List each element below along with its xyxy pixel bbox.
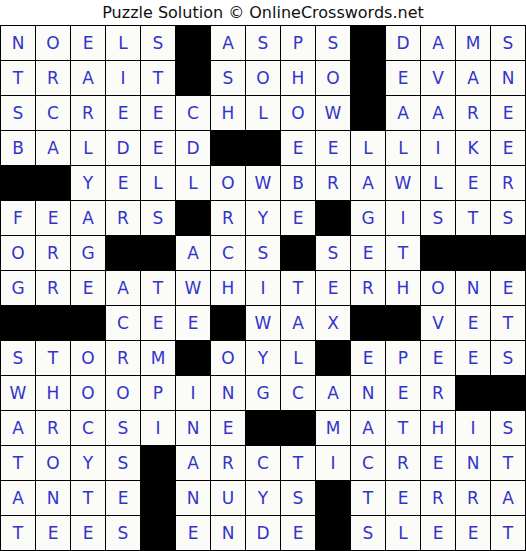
letter-cell-r7c6: A [176, 236, 210, 270]
block-cell-r10c6 [176, 341, 210, 375]
letter-cell-r13c14: N [456, 446, 490, 480]
letter-cell-r4c15: E [491, 131, 525, 165]
letter-cell-r6c1: F [1, 201, 35, 235]
letter-cell-r2c7: S [211, 61, 245, 95]
letter-cell-r8c14: N [456, 271, 490, 305]
block-cell-r3c11 [351, 96, 385, 130]
letter-cell-r10c4: R [106, 341, 140, 375]
letter-cell-r13c1: T [1, 446, 35, 480]
letter-cell-r6c14: T [456, 201, 490, 235]
letter-cell-r1c12: D [386, 26, 420, 60]
letter-cell-r2c5: T [141, 61, 175, 95]
letter-cell-r14c7: U [211, 481, 245, 515]
letter-cell-r6c13: S [421, 201, 455, 235]
block-cell-r1c11 [351, 26, 385, 60]
block-cell-r6c6 [176, 201, 210, 235]
letter-cell-r12c1: A [1, 411, 35, 445]
letter-cell-r7c3: G [71, 236, 105, 270]
letter-cell-r1c1: N [1, 26, 35, 60]
letter-cell-r1c10: S [316, 26, 350, 60]
letter-cell-r3c12: A [386, 96, 420, 130]
letter-cell-r13c2: O [36, 446, 70, 480]
letter-cell-r10c12: P [386, 341, 420, 375]
block-cell-r1c6 [176, 26, 210, 60]
letter-cell-r8c5: T [141, 271, 175, 305]
letter-cell-r15c2: E [36, 516, 70, 550]
letter-cell-r15c9: E [281, 516, 315, 550]
letter-cell-r1c5: S [141, 26, 175, 60]
letter-cell-r14c13: R [421, 481, 455, 515]
letter-cell-r13c12: R [386, 446, 420, 480]
letter-cell-r5c9: B [281, 166, 315, 200]
block-cell-r9c7 [211, 306, 245, 340]
letter-cell-r3c4: E [106, 96, 140, 130]
block-cell-r15c5 [141, 516, 175, 550]
letter-cell-r4c9: E [281, 131, 315, 165]
letter-cell-r8c1: G [1, 271, 35, 305]
letter-cell-r12c7: E [211, 411, 245, 445]
block-cell-r7c5 [141, 236, 175, 270]
block-cell-r7c13 [421, 236, 455, 270]
letter-cell-r1c8: S [246, 26, 280, 60]
letter-cell-r4c4: D [106, 131, 140, 165]
letter-cell-r9c4: C [106, 306, 140, 340]
letter-cell-r2c1: T [1, 61, 35, 95]
letter-cell-r9c9: A [281, 306, 315, 340]
letter-cell-r4c3: L [71, 131, 105, 165]
letter-cell-r6c9: E [281, 201, 315, 235]
letter-cell-r3c9: O [281, 96, 315, 130]
letter-cell-r6c4: R [106, 201, 140, 235]
letter-cell-r8c15: E [491, 271, 525, 305]
letter-cell-r6c12: I [386, 201, 420, 235]
letter-cell-r12c2: R [36, 411, 70, 445]
letter-cell-r6c5: S [141, 201, 175, 235]
letter-cell-r6c8: Y [246, 201, 280, 235]
letter-cell-r8c8: I [246, 271, 280, 305]
block-cell-r14c10 [316, 481, 350, 515]
letter-cell-r1c3: E [71, 26, 105, 60]
block-cell-r11c14 [456, 376, 490, 410]
letter-cell-r14c3: T [71, 481, 105, 515]
letter-cell-r11c1: W [1, 376, 35, 410]
letter-cell-r4c13: I [421, 131, 455, 165]
letter-cell-r1c7: A [211, 26, 245, 60]
letter-cell-r6c7: R [211, 201, 245, 235]
block-cell-r11c15 [491, 376, 525, 410]
letter-cell-r11c9: C [281, 376, 315, 410]
letter-cell-r10c11: E [351, 341, 385, 375]
letter-cell-r12c11: A [351, 411, 385, 445]
letter-cell-r12c6: N [176, 411, 210, 445]
letter-cell-r11c13: R [421, 376, 455, 410]
letter-cell-r8c13: O [421, 271, 455, 305]
letter-cell-r14c8: Y [246, 481, 280, 515]
letter-cell-r8c6: W [176, 271, 210, 305]
block-cell-r2c6 [176, 61, 210, 95]
letter-cell-r7c8: S [246, 236, 280, 270]
letter-cell-r2c15: N [491, 61, 525, 95]
crossword-solution-grid: NOELSASPSDAMSTRAITSOHOEVANSCREECHLOWAARE… [0, 25, 526, 551]
letter-cell-r10c14: E [456, 341, 490, 375]
letter-cell-r3c6: C [176, 96, 210, 130]
letter-cell-r12c5: I [141, 411, 175, 445]
letter-cell-r13c11: C [351, 446, 385, 480]
letter-cell-r9c14: E [456, 306, 490, 340]
letter-cell-r2c9: H [281, 61, 315, 95]
letter-cell-r5c14: E [456, 166, 490, 200]
block-cell-r9c3 [71, 306, 105, 340]
letter-cell-r11c4: O [106, 376, 140, 410]
letter-cell-r9c13: V [421, 306, 455, 340]
letter-cell-r14c6: N [176, 481, 210, 515]
letter-cell-r12c13: H [421, 411, 455, 445]
letter-cell-r5c15: R [491, 166, 525, 200]
letter-cell-r13c7: R [211, 446, 245, 480]
letter-cell-r7c2: R [36, 236, 70, 270]
letter-cell-r2c10: O [316, 61, 350, 95]
letter-cell-r11c12: E [386, 376, 420, 410]
letter-cell-r6c15: S [491, 201, 525, 235]
letter-cell-r1c13: A [421, 26, 455, 60]
letter-cell-r11c5: P [141, 376, 175, 410]
block-cell-r9c2 [36, 306, 70, 340]
letter-cell-r3c13: A [421, 96, 455, 130]
letter-cell-r14c15: A [491, 481, 525, 515]
letter-cell-r8c12: H [386, 271, 420, 305]
letter-cell-r14c11: T [351, 481, 385, 515]
block-cell-r2c11 [351, 61, 385, 95]
letter-cell-r1c15: S [491, 26, 525, 60]
letter-cell-r12c12: T [386, 411, 420, 445]
letter-cell-r13c8: C [246, 446, 280, 480]
letter-cell-r5c6: L [176, 166, 210, 200]
letter-cell-r6c2: E [36, 201, 70, 235]
block-cell-r9c11 [351, 306, 385, 340]
letter-cell-r8c4: A [106, 271, 140, 305]
letter-cell-r8c2: R [36, 271, 70, 305]
letter-cell-r10c5: M [141, 341, 175, 375]
letter-cell-r15c8: D [246, 516, 280, 550]
letter-cell-r2c4: I [106, 61, 140, 95]
letter-cell-r6c11: G [351, 201, 385, 235]
letter-cell-r4c10: E [316, 131, 350, 165]
letter-cell-r2c14: A [456, 61, 490, 95]
block-cell-r5c2 [36, 166, 70, 200]
letter-cell-r5c4: E [106, 166, 140, 200]
letter-cell-r3c7: H [211, 96, 245, 130]
letter-cell-r3c2: C [36, 96, 70, 130]
letter-cell-r15c14: E [456, 516, 490, 550]
letter-cell-r2c2: R [36, 61, 70, 95]
letter-cell-r7c11: E [351, 236, 385, 270]
letter-cell-r5c5: L [141, 166, 175, 200]
letter-cell-r13c6: A [176, 446, 210, 480]
letter-cell-r14c1: A [1, 481, 35, 515]
block-cell-r9c12 [386, 306, 420, 340]
letter-cell-r7c12: T [386, 236, 420, 270]
letter-cell-r13c10: I [316, 446, 350, 480]
letter-cell-r8c9: T [281, 271, 315, 305]
letter-cell-r1c9: P [281, 26, 315, 60]
letter-cell-r12c14: I [456, 411, 490, 445]
letter-cell-r15c3: E [71, 516, 105, 550]
letter-cell-r15c4: S [106, 516, 140, 550]
letter-cell-r4c14: K [456, 131, 490, 165]
letter-cell-r10c7: O [211, 341, 245, 375]
letter-cell-r11c11: N [351, 376, 385, 410]
letter-cell-r5c10: R [316, 166, 350, 200]
letter-cell-r15c13: E [421, 516, 455, 550]
letter-cell-r4c2: A [36, 131, 70, 165]
letter-cell-r5c11: A [351, 166, 385, 200]
letter-cell-r10c3: O [71, 341, 105, 375]
letter-cell-r15c11: S [351, 516, 385, 550]
letter-cell-r3c3: R [71, 96, 105, 130]
letter-cell-r12c15: S [491, 411, 525, 445]
block-cell-r15c10 [316, 516, 350, 550]
letter-cell-r13c13: E [421, 446, 455, 480]
letter-cell-r11c2: H [36, 376, 70, 410]
letter-cell-r8c11: R [351, 271, 385, 305]
letter-cell-r5c3: Y [71, 166, 105, 200]
letter-cell-r11c8: G [246, 376, 280, 410]
page-title: Puzzle Solution © OnlineCrosswords.net [0, 0, 526, 25]
letter-cell-r15c7: N [211, 516, 245, 550]
block-cell-r12c9 [281, 411, 315, 445]
letter-cell-r14c14: R [456, 481, 490, 515]
letter-cell-r13c15: T [491, 446, 525, 480]
letter-cell-r3c8: L [246, 96, 280, 130]
letter-cell-r15c6: E [176, 516, 210, 550]
letter-cell-r3c10: W [316, 96, 350, 130]
letter-cell-r13c4: S [106, 446, 140, 480]
letter-cell-r5c8: W [246, 166, 280, 200]
letter-cell-r2c12: E [386, 61, 420, 95]
letter-cell-r15c12: L [386, 516, 420, 550]
block-cell-r10c10 [316, 341, 350, 375]
letter-cell-r4c1: B [1, 131, 35, 165]
letter-cell-r11c6: I [176, 376, 210, 410]
letter-cell-r10c13: E [421, 341, 455, 375]
letter-cell-r11c3: O [71, 376, 105, 410]
letter-cell-r14c4: E [106, 481, 140, 515]
letter-cell-r3c14: R [456, 96, 490, 130]
letter-cell-r5c12: W [386, 166, 420, 200]
letter-cell-r9c6: E [176, 306, 210, 340]
letter-cell-r9c15: T [491, 306, 525, 340]
letter-cell-r4c12: L [386, 131, 420, 165]
letter-cell-r11c10: A [316, 376, 350, 410]
letter-cell-r5c7: O [211, 166, 245, 200]
letter-cell-r3c1: S [1, 96, 35, 130]
letter-cell-r2c13: V [421, 61, 455, 95]
block-cell-r7c4 [106, 236, 140, 270]
letter-cell-r10c8: Y [246, 341, 280, 375]
letter-cell-r7c7: C [211, 236, 245, 270]
letter-cell-r13c3: Y [71, 446, 105, 480]
block-cell-r7c14 [456, 236, 490, 270]
letter-cell-r15c15: T [491, 516, 525, 550]
letter-cell-r14c9: S [281, 481, 315, 515]
letter-cell-r1c2: O [36, 26, 70, 60]
letter-cell-r12c10: M [316, 411, 350, 445]
block-cell-r4c7 [211, 131, 245, 165]
block-cell-r5c1 [1, 166, 35, 200]
letter-cell-r8c7: H [211, 271, 245, 305]
letter-cell-r4c6: D [176, 131, 210, 165]
letter-cell-r3c5: E [141, 96, 175, 130]
letter-cell-r2c3: A [71, 61, 105, 95]
letter-cell-r4c5: E [141, 131, 175, 165]
letter-cell-r15c1: T [1, 516, 35, 550]
letter-cell-r14c2: N [36, 481, 70, 515]
letter-cell-r1c14: M [456, 26, 490, 60]
block-cell-r6c10 [316, 201, 350, 235]
block-cell-r7c9 [281, 236, 315, 270]
letter-cell-r5c13: L [421, 166, 455, 200]
letter-cell-r2c8: O [246, 61, 280, 95]
letter-cell-r14c12: E [386, 481, 420, 515]
letter-cell-r10c15: S [491, 341, 525, 375]
block-cell-r13c5 [141, 446, 175, 480]
letter-cell-r3c15: E [491, 96, 525, 130]
block-cell-r7c15 [491, 236, 525, 270]
letter-cell-r10c9: L [281, 341, 315, 375]
letter-cell-r4c11: L [351, 131, 385, 165]
block-cell-r4c8 [246, 131, 280, 165]
letter-cell-r7c10: S [316, 236, 350, 270]
letter-cell-r6c3: A [71, 201, 105, 235]
letter-cell-r10c2: T [36, 341, 70, 375]
block-cell-r14c5 [141, 481, 175, 515]
letter-cell-r1c4: L [106, 26, 140, 60]
letter-cell-r9c10: X [316, 306, 350, 340]
letter-cell-r11c7: N [211, 376, 245, 410]
block-cell-r12c8 [246, 411, 280, 445]
letter-cell-r8c10: E [316, 271, 350, 305]
letter-cell-r7c1: O [1, 236, 35, 270]
letter-cell-r9c8: W [246, 306, 280, 340]
letter-cell-r12c3: C [71, 411, 105, 445]
block-cell-r9c1 [1, 306, 35, 340]
letter-cell-r10c1: S [1, 341, 35, 375]
letter-cell-r12c4: S [106, 411, 140, 445]
letter-cell-r13c9: T [281, 446, 315, 480]
letter-cell-r9c5: E [141, 306, 175, 340]
letter-cell-r8c3: E [71, 271, 105, 305]
